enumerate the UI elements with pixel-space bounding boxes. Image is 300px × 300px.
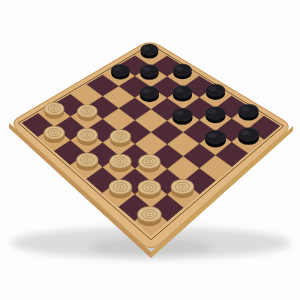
checker-piece-black	[205, 130, 226, 147]
checker-piece-black	[173, 108, 193, 124]
checker-piece-black	[173, 64, 191, 79]
checker-piece-wood	[110, 154, 132, 172]
photo-canvas	[0, 0, 300, 300]
checker-piece-wood	[77, 105, 97, 121]
checker-piece-black	[239, 104, 259, 120]
checker-piece-black	[140, 65, 158, 80]
checker-piece-wood	[44, 126, 65, 143]
checker-piece-black	[141, 44, 158, 58]
checkers-board-photo	[0, 0, 300, 300]
checker-piece-wood	[110, 130, 131, 147]
checker-piece-wood	[138, 207, 162, 227]
checker-piece-wood	[138, 180, 161, 199]
checker-piece-wood	[77, 153, 99, 171]
checker-piece-wood	[139, 155, 161, 173]
checker-piece-black	[238, 128, 259, 145]
checker-piece-black	[173, 86, 192, 102]
checker-piece-wood	[77, 128, 98, 145]
checker-piece-wood	[44, 102, 64, 118]
checker-piece-wood	[109, 180, 132, 199]
checker-piece-wood	[171, 179, 194, 198]
checker-piece-black	[140, 86, 159, 102]
checker-piece-black	[206, 107, 226, 123]
checker-piece-black	[111, 64, 129, 79]
checker-piece-black	[206, 84, 225, 100]
